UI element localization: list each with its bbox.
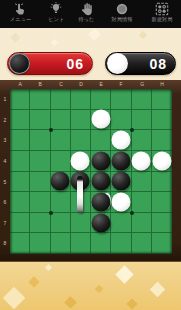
hint-icon (49, 2, 63, 16)
board-star-dot (49, 211, 53, 215)
cell-C5[interactable] (51, 172, 71, 193)
row-label: 3 (3, 135, 8, 145)
black-disc (111, 151, 130, 170)
cell-C3[interactable] (51, 130, 71, 151)
cell-G7[interactable] (132, 213, 152, 234)
cell-B1[interactable] (30, 89, 50, 110)
column-label: B (35, 82, 45, 87)
cell-A2[interactable] (10, 110, 30, 131)
cell-D6[interactable] (71, 192, 91, 213)
toolbar-item-label: 対局情報 (111, 17, 132, 22)
black-disc (91, 172, 110, 191)
flipping-disc (77, 176, 83, 213)
cell-E5[interactable] (91, 172, 111, 193)
toolbar-item-label: 待った (79, 17, 95, 22)
black-score-pill: 06 (7, 52, 93, 75)
bg-diamond (51, 39, 58, 46)
white-disc (91, 110, 110, 129)
new-game-icon (155, 2, 169, 16)
cell-F7[interactable] (111, 213, 131, 234)
toolbar-item-game-info[interactable]: 対局情報 (102, 0, 142, 27)
cell-E7[interactable] (91, 213, 111, 234)
bg-diamond (150, 282, 166, 298)
column-label: C (56, 82, 66, 87)
black-score: 06 (30, 56, 92, 72)
column-label: H (157, 82, 167, 87)
cell-E8[interactable] (91, 233, 111, 254)
cell-D7[interactable] (71, 213, 91, 234)
bg-diamond (88, 28, 101, 41)
cell-E2[interactable] (91, 110, 111, 131)
white-disc (111, 131, 130, 150)
bg-diamond (3, 287, 26, 310)
cell-F6[interactable] (111, 192, 131, 213)
cell-D4[interactable] (71, 151, 91, 172)
bg-diamond (11, 33, 21, 43)
board-grid (10, 89, 172, 254)
cell-H8[interactable] (152, 233, 172, 254)
cell-F4[interactable] (111, 151, 131, 172)
cell-G4[interactable] (132, 151, 152, 172)
cell-B5[interactable] (30, 172, 50, 193)
cell-G8[interactable] (132, 233, 152, 254)
white-disc (132, 151, 151, 170)
cell-A8[interactable] (10, 233, 30, 254)
toolbar-item-label: メニュー (10, 17, 31, 22)
row-label: 1 (3, 94, 8, 104)
cell-B4[interactable] (30, 151, 50, 172)
cell-A3[interactable] (10, 130, 30, 151)
toolbar-item-menu[interactable]: メニュー (0, 0, 41, 27)
row-label: 4 (3, 156, 8, 166)
cell-B6[interactable] (30, 192, 50, 213)
toolbar: メニューヒント待った対局情報新規対局保存・読込設定 (0, 0, 181, 28)
black-disc (91, 151, 110, 170)
row-label: 5 (3, 177, 8, 187)
cell-F8[interactable] (111, 233, 131, 254)
cell-B7[interactable] (30, 213, 50, 234)
white-player-disc-icon (107, 53, 128, 74)
cell-E3[interactable] (91, 130, 111, 151)
cell-H1[interactable] (152, 89, 172, 110)
cell-B2[interactable] (30, 110, 50, 131)
cell-H7[interactable] (152, 213, 172, 234)
cell-D2[interactable] (71, 110, 91, 131)
row-label: 2 (3, 115, 8, 125)
toolbar-item-undo[interactable]: 待った (71, 0, 101, 27)
white-score: 08 (128, 56, 175, 72)
row-label: 8 (3, 239, 8, 249)
cell-B3[interactable] (30, 130, 50, 151)
cell-D1[interactable] (71, 89, 91, 110)
black-disc (111, 172, 130, 191)
bg-diamond (64, 296, 77, 309)
cell-C4[interactable] (51, 151, 71, 172)
cell-E6[interactable] (91, 192, 111, 213)
cell-A6[interactable] (10, 192, 30, 213)
black-disc (91, 213, 110, 232)
black-disc (91, 192, 110, 211)
toolbar-item-label: ヒント (48, 17, 64, 22)
cell-C6[interactable] (51, 192, 71, 213)
black-disc (51, 172, 70, 191)
app-screen: メニューヒント待った対局情報新規対局保存・読込設定 06 08 ABCDEFGH… (0, 0, 181, 310)
cell-G3[interactable] (132, 130, 152, 151)
cell-C8[interactable] (51, 233, 71, 254)
cell-G2[interactable] (132, 110, 152, 131)
column-label: D (76, 82, 86, 87)
cell-A4[interactable] (10, 151, 30, 172)
game-info-icon (115, 2, 129, 16)
board-star-dot (130, 211, 134, 215)
board-star-dot (49, 128, 53, 132)
row-label: 7 (3, 218, 8, 228)
bg-diamond (139, 31, 147, 39)
white-disc (111, 192, 130, 211)
menu-icon (13, 2, 27, 16)
cell-C2[interactable] (51, 110, 71, 131)
cell-C7[interactable] (51, 213, 71, 234)
undo-icon (80, 2, 94, 16)
cell-E4[interactable] (91, 151, 111, 172)
row-labels: 12345678 (0, 89, 10, 254)
cell-H2[interactable] (152, 110, 172, 131)
board: ABCDEFGH 12345678 (0, 80, 181, 262)
bg-diamond (45, 264, 52, 271)
cell-A1[interactable] (10, 89, 30, 110)
column-label: F (116, 82, 126, 87)
white-disc (152, 151, 171, 170)
bg-diamond (115, 265, 133, 283)
cell-H6[interactable] (152, 192, 172, 213)
cell-G5[interactable] (132, 172, 152, 193)
cell-B8[interactable] (30, 233, 50, 254)
bg-diamond (28, 276, 39, 287)
column-label: E (96, 82, 106, 87)
bg-diamond (95, 285, 103, 293)
row-label: 6 (3, 197, 8, 207)
cell-H4[interactable] (152, 151, 172, 172)
cell-D8[interactable] (71, 233, 91, 254)
cell-G1[interactable] (132, 89, 152, 110)
cell-F5[interactable] (111, 172, 131, 193)
cell-F1[interactable] (111, 89, 131, 110)
cell-H3[interactable] (152, 130, 172, 151)
cell-H5[interactable] (152, 172, 172, 193)
white-score-pill: 08 (105, 52, 176, 75)
cell-E1[interactable] (91, 89, 111, 110)
cell-G6[interactable] (132, 192, 152, 213)
bg-diamond (126, 298, 137, 309)
cell-F2[interactable] (111, 110, 131, 131)
column-labels: ABCDEFGH (10, 80, 172, 89)
cell-A5[interactable] (10, 172, 30, 193)
board-star-dot (130, 128, 134, 132)
board-interior (10, 89, 172, 254)
cell-A7[interactable] (10, 213, 30, 234)
cell-C1[interactable] (51, 89, 71, 110)
column-label: G (137, 82, 147, 87)
cell-D3[interactable] (71, 130, 91, 151)
column-label: A (15, 82, 25, 87)
black-player-disc-icon (9, 53, 30, 74)
toolbar-item-new-game[interactable]: 新規対局 (142, 0, 181, 27)
white-disc (71, 151, 90, 170)
cell-F3[interactable] (111, 130, 131, 151)
toolbar-item-hint[interactable]: ヒント (41, 0, 72, 27)
toolbar-item-label: 新規対局 (151, 17, 172, 22)
